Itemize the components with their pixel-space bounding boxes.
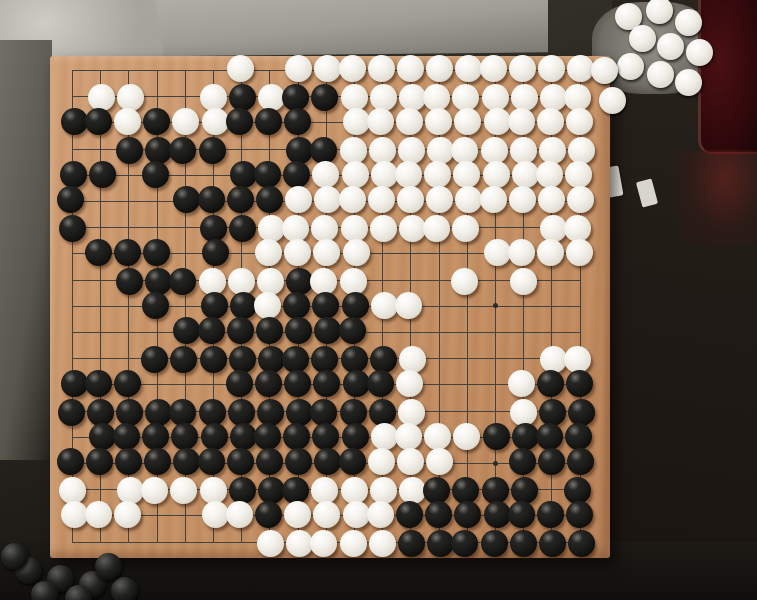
- white-stone: [258, 215, 285, 242]
- white-stone: [202, 501, 229, 528]
- black-stone: [200, 215, 227, 242]
- white-stone: [509, 55, 536, 82]
- white-stone: [199, 268, 226, 295]
- black-stone: [171, 423, 198, 450]
- black-stone: [230, 292, 257, 319]
- white-stone: [424, 161, 451, 188]
- black-stone: [142, 161, 169, 188]
- white-stone: [88, 84, 115, 111]
- black-stone: [314, 317, 341, 344]
- black-stone: [340, 399, 367, 426]
- white-stone: [453, 161, 480, 188]
- white-stone: [426, 186, 453, 213]
- red-glass: [698, 0, 757, 154]
- black-stone: [200, 346, 227, 373]
- black-stone: [60, 161, 87, 188]
- white-stone: [341, 215, 368, 242]
- glass-reflection: [678, 150, 757, 245]
- white-stone: [369, 137, 396, 164]
- black-stone: [115, 448, 142, 475]
- black-stone: [227, 317, 254, 344]
- white-stone: [368, 55, 395, 82]
- black-stone: [483, 423, 510, 450]
- black-stone: [143, 108, 170, 135]
- white-stone: [61, 501, 88, 528]
- captured-white-stone: [675, 69, 702, 96]
- black-stone: [310, 399, 337, 426]
- black-stone: [566, 501, 593, 528]
- white-stone: [312, 161, 339, 188]
- white-stone: [425, 108, 452, 135]
- white-stone: [117, 84, 144, 111]
- white-stone: [395, 292, 422, 319]
- white-stone: [310, 268, 337, 295]
- white-stone: [314, 55, 341, 82]
- white-stone: [452, 84, 479, 111]
- black-stone: [201, 423, 228, 450]
- black-stone: [258, 477, 285, 504]
- captured-white-stone: [686, 39, 713, 66]
- white-stone: [200, 84, 227, 111]
- white-stone: [370, 477, 397, 504]
- white-stone: [424, 423, 451, 450]
- white-stone: [339, 186, 366, 213]
- white-stone: [254, 292, 281, 319]
- white-stone: [311, 477, 338, 504]
- white-stone: [343, 501, 370, 528]
- white-stone: [537, 239, 564, 266]
- black-stone: [286, 268, 313, 295]
- white-stone: [311, 215, 338, 242]
- white-stone: [341, 477, 368, 504]
- white-stone: [567, 55, 594, 82]
- white-stone: [395, 161, 422, 188]
- black-stone: [85, 239, 112, 266]
- captured-black-stone: [31, 581, 58, 600]
- white-stone: [257, 268, 284, 295]
- white-stone: [397, 55, 424, 82]
- black-stone: [312, 292, 339, 319]
- white-stone: [368, 448, 395, 475]
- black-stone: [170, 346, 197, 373]
- white-stone: [482, 84, 509, 111]
- captured-black-stone: [1, 543, 28, 570]
- white-stone: [340, 137, 367, 164]
- black-stone: [284, 370, 311, 397]
- go-board[interactable]: [50, 56, 610, 558]
- black-stone: [58, 399, 85, 426]
- white-stone: [508, 108, 535, 135]
- white-stone: [371, 292, 398, 319]
- black-stone: [230, 423, 257, 450]
- black-stone: [342, 423, 369, 450]
- black-stone: [256, 317, 283, 344]
- black-stone: [398, 530, 425, 557]
- black-stone: [282, 346, 309, 373]
- black-stone: [114, 239, 141, 266]
- black-stone: [282, 477, 309, 504]
- black-stone: [116, 268, 143, 295]
- black-stone: [539, 530, 566, 557]
- black-stone: [369, 399, 396, 426]
- black-stone: [199, 399, 226, 426]
- white-stone: [286, 530, 313, 557]
- white-stone: [257, 530, 284, 557]
- captured-white-stone: [617, 53, 644, 80]
- black-stone: [283, 423, 310, 450]
- white-stone: [564, 84, 591, 111]
- black-stone: [199, 137, 226, 164]
- black-stone: [227, 448, 254, 475]
- captured-white-stone: [646, 0, 673, 24]
- white-stone: [539, 137, 566, 164]
- black-stone: [343, 370, 370, 397]
- black-stone: [87, 399, 114, 426]
- white-stone: [540, 215, 567, 242]
- black-stone: [312, 423, 339, 450]
- black-stone: [566, 370, 593, 397]
- white-stone: [484, 239, 511, 266]
- white-stone: [564, 346, 591, 373]
- white-stone: [342, 161, 369, 188]
- white-stone: [85, 501, 112, 528]
- black-stone: [282, 84, 309, 111]
- black-stone: [510, 530, 537, 557]
- white-stone: [284, 239, 311, 266]
- black-stone: [145, 268, 172, 295]
- white-stone: [370, 215, 397, 242]
- black-stone: [229, 477, 256, 504]
- white-stone: [367, 108, 394, 135]
- black-stone: [61, 108, 88, 135]
- black-stone: [141, 346, 168, 373]
- white-stone: [170, 477, 197, 504]
- black-stone: [57, 186, 84, 213]
- black-stone: [230, 161, 257, 188]
- star-point: [493, 303, 498, 308]
- black-stone: [255, 108, 282, 135]
- black-stone: [145, 399, 172, 426]
- white-stone: [537, 108, 564, 135]
- black-stone: [313, 370, 340, 397]
- black-stone: [89, 423, 116, 450]
- white-stone: [343, 108, 370, 135]
- white-stone: [399, 346, 426, 373]
- white-stone: [371, 161, 398, 188]
- white-stone: [313, 501, 340, 528]
- white-stone: [396, 108, 423, 135]
- white-stone: [481, 137, 508, 164]
- white-stone: [423, 84, 450, 111]
- captured-white-stone: [599, 87, 626, 114]
- white-stone: [423, 215, 450, 242]
- black-stone: [255, 501, 282, 528]
- black-stone: [198, 317, 225, 344]
- white-stone: [202, 108, 229, 135]
- black-stone: [85, 108, 112, 135]
- black-stone: [341, 346, 368, 373]
- black-stone: [565, 423, 592, 450]
- white-stone: [370, 84, 397, 111]
- black-stone: [539, 399, 566, 426]
- black-stone: [283, 161, 310, 188]
- white-stone: [452, 215, 479, 242]
- white-stone: [398, 137, 425, 164]
- white-stone: [399, 84, 426, 111]
- white-stone: [172, 108, 199, 135]
- white-stone: [426, 55, 453, 82]
- white-stone: [538, 186, 565, 213]
- white-stone: [451, 268, 478, 295]
- captured-white-stone: [647, 61, 674, 88]
- black-stone: [169, 268, 196, 295]
- white-stone: [455, 55, 482, 82]
- black-stone: [173, 186, 200, 213]
- white-stone: [310, 530, 337, 557]
- white-stone: [426, 448, 453, 475]
- captured-white-stone: [657, 33, 684, 60]
- black-stone: [142, 423, 169, 450]
- black-stone: [511, 477, 538, 504]
- white-stone: [484, 108, 511, 135]
- white-stone: [369, 530, 396, 557]
- white-stone: [453, 423, 480, 450]
- white-stone: [141, 477, 168, 504]
- black-stone: [173, 448, 200, 475]
- white-stone: [480, 55, 507, 82]
- black-stone: [284, 108, 311, 135]
- white-stone: [368, 186, 395, 213]
- black-stone: [116, 399, 143, 426]
- black-stone: [144, 448, 171, 475]
- black-stone: [283, 292, 310, 319]
- white-stone: [395, 423, 422, 450]
- white-stone: [536, 161, 563, 188]
- black-stone: [114, 370, 141, 397]
- black-stone: [568, 399, 595, 426]
- black-stone: [367, 370, 394, 397]
- white-stone: [341, 84, 368, 111]
- white-stone: [454, 108, 481, 135]
- white-stone: [227, 55, 254, 82]
- black-stone: [285, 317, 312, 344]
- white-stone: [285, 55, 312, 82]
- black-stone: [482, 477, 509, 504]
- black-stone: [427, 530, 454, 557]
- white-stone: [566, 239, 593, 266]
- white-stone: [483, 161, 510, 188]
- black-stone: [567, 448, 594, 475]
- black-stone: [311, 346, 338, 373]
- black-stone: [173, 317, 200, 344]
- black-stone: [143, 239, 170, 266]
- white-stone: [340, 268, 367, 295]
- white-stone: [340, 530, 367, 557]
- black-stone: [254, 423, 281, 450]
- white-stone: [566, 108, 593, 135]
- white-stone: [314, 186, 341, 213]
- black-stone: [256, 186, 283, 213]
- black-stone: [314, 448, 341, 475]
- black-stone: [310, 137, 337, 164]
- captured-black-stone: [111, 577, 138, 600]
- black-stone: [537, 370, 564, 397]
- white-stone: [59, 477, 86, 504]
- captured-white-stone: [675, 9, 702, 36]
- white-stone: [114, 501, 141, 528]
- black-stone: [226, 370, 253, 397]
- black-stone: [198, 448, 225, 475]
- black-stone: [396, 501, 423, 528]
- black-stone: [228, 399, 255, 426]
- black-stone: [113, 423, 140, 450]
- white-stone: [508, 370, 535, 397]
- star-point: [493, 461, 498, 466]
- white-stone: [567, 186, 594, 213]
- black-stone: [370, 346, 397, 373]
- black-stone: [425, 501, 452, 528]
- black-stone: [536, 423, 563, 450]
- white-stone: [285, 186, 312, 213]
- white-stone: [226, 501, 253, 528]
- black-stone: [311, 84, 338, 111]
- black-stone: [258, 346, 285, 373]
- white-stone: [114, 108, 141, 135]
- black-stone: [481, 530, 508, 557]
- black-stone: [116, 137, 143, 164]
- captured-white-stone: [629, 25, 656, 52]
- white-stone: [284, 501, 311, 528]
- black-stone: [61, 370, 88, 397]
- black-stone: [142, 292, 169, 319]
- white-stone: [564, 215, 591, 242]
- white-stone: [480, 186, 507, 213]
- black-stone: [198, 186, 225, 213]
- white-stone: [258, 84, 285, 111]
- plastic-bag-left: [0, 40, 52, 460]
- black-stone: [227, 186, 254, 213]
- black-stone: [229, 84, 256, 111]
- black-stone: [145, 137, 172, 164]
- black-stone: [509, 448, 536, 475]
- black-stone: [257, 399, 284, 426]
- black-stone: [451, 530, 478, 557]
- black-stone: [201, 292, 228, 319]
- black-stone: [229, 346, 256, 373]
- white-stone: [282, 215, 309, 242]
- black-stone: [512, 423, 539, 450]
- captured-white-stone: [591, 57, 618, 84]
- black-stone: [508, 501, 535, 528]
- white-stone: [427, 137, 454, 164]
- white-stone: [510, 399, 537, 426]
- white-stone: [538, 55, 565, 82]
- black-stone: [226, 108, 253, 135]
- black-stone: [286, 399, 313, 426]
- black-stone: [286, 137, 313, 164]
- captured-black-stone: [95, 553, 122, 580]
- black-stone: [285, 448, 312, 475]
- white-stone: [343, 239, 370, 266]
- black-stone: [59, 215, 86, 242]
- black-stone: [339, 448, 366, 475]
- white-stone: [455, 186, 482, 213]
- black-stone: [255, 370, 282, 397]
- white-stone: [397, 448, 424, 475]
- black-stone: [86, 448, 113, 475]
- photo-scene: [0, 0, 757, 600]
- black-stone: [169, 399, 196, 426]
- black-stone: [452, 477, 479, 504]
- black-stone: [342, 292, 369, 319]
- black-stone: [484, 501, 511, 528]
- white-stone: [508, 239, 535, 266]
- black-stone: [538, 448, 565, 475]
- white-stone: [451, 137, 478, 164]
- white-stone: [510, 268, 537, 295]
- black-stone: [423, 477, 450, 504]
- white-stone: [540, 84, 567, 111]
- black-stone: [229, 215, 256, 242]
- white-stone: [371, 423, 398, 450]
- black-stone: [85, 370, 112, 397]
- white-stone: [399, 477, 426, 504]
- white-stone: [200, 477, 227, 504]
- black-stone: [339, 317, 366, 344]
- white-stone: [397, 186, 424, 213]
- black-stone: [564, 477, 591, 504]
- white-stone: [511, 84, 538, 111]
- black-stone: [454, 501, 481, 528]
- white-stone: [255, 239, 282, 266]
- white-stone: [399, 215, 426, 242]
- white-stone: [228, 268, 255, 295]
- black-stone: [537, 501, 564, 528]
- black-stone: [169, 137, 196, 164]
- white-stone: [313, 239, 340, 266]
- white-stone: [339, 55, 366, 82]
- white-stone: [509, 186, 536, 213]
- white-stone: [565, 161, 592, 188]
- white-stone: [510, 137, 537, 164]
- white-stone: [117, 477, 144, 504]
- white-stone: [568, 137, 595, 164]
- white-stone: [367, 501, 394, 528]
- black-stone: [57, 448, 84, 475]
- black-stone: [568, 530, 595, 557]
- white-stone: [540, 346, 567, 373]
- black-stone: [202, 239, 229, 266]
- black-stone: [89, 161, 116, 188]
- black-stone: [254, 161, 281, 188]
- black-stone: [256, 448, 283, 475]
- white-stone: [396, 370, 423, 397]
- white-stone: [398, 399, 425, 426]
- white-stone: [512, 161, 539, 188]
